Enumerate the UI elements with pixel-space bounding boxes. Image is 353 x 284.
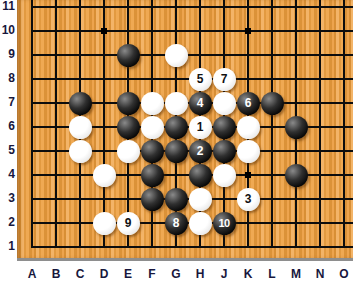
stone-black[interactable] [261, 92, 284, 115]
stone-white-move-5[interactable]: 5 [189, 68, 212, 91]
column-label-B: B [44, 266, 68, 282]
stone-white-move-1[interactable]: 1 [189, 116, 212, 139]
column-label-G: G [164, 266, 188, 282]
row-label-5: 5 [0, 142, 15, 158]
stone-white[interactable] [189, 212, 212, 235]
board-bottom-divider [17, 258, 353, 261]
grid-line-horizontal [31, 54, 353, 56]
column-label-N: N [308, 266, 332, 282]
grid-line-horizontal [31, 6, 353, 8]
column-label-L: L [260, 266, 284, 282]
stone-white[interactable] [213, 164, 236, 187]
grid-line-vertical [103, 0, 105, 248]
stone-black-move-8[interactable]: 8 [165, 212, 188, 235]
star-point [101, 28, 107, 34]
grid-line-vertical [319, 0, 321, 248]
stone-black[interactable] [165, 188, 188, 211]
stone-black-move-2[interactable]: 2 [189, 140, 212, 163]
column-label-K: K [236, 266, 260, 282]
stone-white[interactable] [93, 164, 116, 187]
row-label-1: 1 [0, 238, 15, 254]
stone-black[interactable] [117, 92, 140, 115]
row-label-11: 11 [0, 0, 15, 14]
stone-white[interactable] [237, 140, 260, 163]
go-application-view: 574612398101110987654321ABCDEFGHJKLMNO [0, 0, 353, 284]
stone-white[interactable] [141, 92, 164, 115]
column-label-M: M [284, 266, 308, 282]
stone-black-move-6[interactable]: 6 [237, 92, 260, 115]
row-label-6: 6 [0, 118, 15, 134]
grid-line-vertical [343, 0, 345, 248]
grid-line-horizontal [31, 30, 353, 32]
stone-black[interactable] [141, 188, 164, 211]
column-label-O: O [332, 266, 353, 282]
star-point [245, 28, 251, 34]
row-label-8: 8 [0, 70, 15, 86]
row-label-2: 2 [0, 214, 15, 230]
stone-black[interactable] [141, 140, 164, 163]
row-label-7: 7 [0, 94, 15, 110]
stone-black-move-4[interactable]: 4 [189, 92, 212, 115]
column-label-A: A [20, 266, 44, 282]
stone-white[interactable] [69, 140, 92, 163]
stone-black[interactable] [189, 164, 212, 187]
stone-black[interactable] [165, 140, 188, 163]
column-label-J: J [212, 266, 236, 282]
stone-white-move-9[interactable]: 9 [117, 212, 140, 235]
stone-black[interactable] [141, 164, 164, 187]
row-label-9: 9 [0, 46, 15, 62]
stone-white[interactable] [93, 212, 116, 235]
stone-black[interactable] [285, 164, 308, 187]
row-label-10: 10 [0, 22, 15, 38]
stone-white[interactable] [165, 92, 188, 115]
stone-black[interactable] [117, 116, 140, 139]
stone-black[interactable] [117, 44, 140, 67]
stone-black[interactable] [285, 116, 308, 139]
stone-white[interactable] [237, 116, 260, 139]
column-label-C: C [68, 266, 92, 282]
stone-white-move-7[interactable]: 7 [213, 68, 236, 91]
column-label-D: D [92, 266, 116, 282]
row-label-4: 4 [0, 166, 15, 182]
stone-white[interactable] [165, 44, 188, 67]
grid-line-vertical [271, 0, 273, 248]
stone-black[interactable] [165, 116, 188, 139]
stone-black[interactable] [213, 140, 236, 163]
stone-white[interactable] [213, 92, 236, 115]
grid-line-vertical [55, 0, 57, 248]
stone-white-move-3[interactable]: 3 [237, 188, 260, 211]
row-label-3: 3 [0, 190, 15, 206]
column-label-H: H [188, 266, 212, 282]
stone-white[interactable] [69, 116, 92, 139]
grid-line-horizontal [31, 246, 353, 248]
column-label-F: F [140, 266, 164, 282]
column-label-E: E [116, 266, 140, 282]
stone-black[interactable] [213, 116, 236, 139]
stone-white[interactable] [117, 140, 140, 163]
stone-black[interactable] [69, 92, 92, 115]
grid-line-vertical [31, 0, 33, 248]
stone-white[interactable] [189, 188, 212, 211]
star-point [245, 172, 251, 178]
stone-black-move-10[interactable]: 10 [213, 212, 236, 235]
stone-white[interactable] [141, 116, 164, 139]
